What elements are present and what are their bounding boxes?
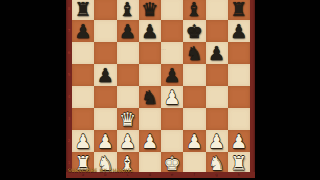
rank-label-3: 3 [67, 117, 72, 121]
square-c7[interactable]: ♟ [117, 20, 139, 42]
piece-white-pawn[interactable]: ♟ [139, 130, 161, 152]
piece-white-king[interactable]: ♚ [161, 152, 183, 174]
pillarbox-bar-left [0, 0, 66, 180]
square-c6[interactable] [117, 42, 139, 64]
piece-black-pawn[interactable]: ♟ [72, 20, 94, 42]
square-g6[interactable]: ♟ [206, 42, 228, 64]
square-g2[interactable]: ♟ [206, 130, 228, 152]
file-label-c: c [117, 173, 139, 177]
square-d2[interactable]: ♟ [139, 130, 161, 152]
piece-black-pawn[interactable]: ♟ [161, 64, 183, 86]
rank-label-5: 5 [67, 73, 72, 77]
piece-black-rook[interactable]: ♜ [72, 0, 94, 20]
square-b7[interactable] [94, 20, 116, 42]
square-a2[interactable]: ♟ [72, 130, 94, 152]
piece-black-pawn[interactable]: ♟ [117, 20, 139, 42]
square-e1[interactable]: ♚ [161, 152, 183, 174]
square-g4[interactable] [206, 86, 228, 108]
square-d3[interactable] [139, 108, 161, 130]
rank-label-6: 6 [67, 51, 72, 55]
piece-white-pawn[interactable]: ♟ [161, 86, 183, 108]
square-c8[interactable]: ♝ [117, 0, 139, 20]
piece-white-pawn[interactable]: ♟ [72, 130, 94, 152]
piece-black-knight[interactable]: ♞ [183, 42, 205, 64]
piece-white-pawn[interactable]: ♟ [94, 130, 116, 152]
piece-black-pawn[interactable]: ♟ [206, 42, 228, 64]
square-h2[interactable]: ♟ [228, 130, 250, 152]
square-e5[interactable]: ♟ [161, 64, 183, 86]
piece-black-bishop[interactable]: ♝ [183, 0, 205, 20]
piece-white-pawn[interactable]: ♟ [228, 130, 250, 152]
square-f4[interactable] [183, 86, 205, 108]
rank-label-7: 7 [67, 29, 72, 33]
square-e2[interactable] [161, 130, 183, 152]
square-f8[interactable]: ♝ [183, 0, 205, 20]
square-g3[interactable] [206, 108, 228, 130]
piece-black-bishop[interactable]: ♝ [117, 0, 139, 20]
rank-label-2: 2 [67, 139, 72, 143]
square-a3[interactable] [72, 108, 94, 130]
square-e3[interactable] [161, 108, 183, 130]
piece-black-knight[interactable]: ♞ [139, 86, 161, 108]
piece-white-queen[interactable]: ♛ [117, 108, 139, 130]
square-d6[interactable] [139, 42, 161, 64]
square-f5[interactable] [183, 64, 205, 86]
file-label-e: e [161, 173, 183, 177]
file-label-b: b [94, 173, 116, 177]
square-e4[interactable]: ♟ [161, 86, 183, 108]
rank-label-8: 8 [67, 7, 72, 11]
piece-black-king[interactable]: ♚ [183, 20, 205, 42]
file-label-d: d [139, 173, 161, 177]
square-c5[interactable] [117, 64, 139, 86]
file-label-a: a [72, 173, 94, 177]
piece-black-queen[interactable]: ♛ [139, 0, 161, 20]
piece-black-pawn[interactable]: ♟ [228, 20, 250, 42]
piece-white-pawn[interactable]: ♟ [206, 130, 228, 152]
square-h1[interactable]: ♜ [228, 152, 250, 174]
square-f6[interactable]: ♞ [183, 42, 205, 64]
square-d5[interactable] [139, 64, 161, 86]
square-a4[interactable] [72, 86, 94, 108]
piece-black-pawn[interactable]: ♟ [94, 64, 116, 86]
square-c3[interactable]: ♛ [117, 108, 139, 130]
square-d7[interactable]: ♟ [139, 20, 161, 42]
square-a8[interactable]: ♜ [72, 0, 94, 20]
square-h3[interactable] [228, 108, 250, 130]
square-c4[interactable] [117, 86, 139, 108]
square-c2[interactable]: ♟ [117, 130, 139, 152]
square-g8[interactable] [206, 0, 228, 20]
piece-white-pawn[interactable]: ♟ [117, 130, 139, 152]
file-label-f: f [183, 173, 205, 177]
square-d4[interactable]: ♞ [139, 86, 161, 108]
square-h7[interactable]: ♟ [228, 20, 250, 42]
e6-dots-annotation: ⋯ [161, 46, 175, 52]
square-h8[interactable]: ♜ [228, 0, 250, 20]
square-h4[interactable] [228, 86, 250, 108]
pillarbox-bar-right [255, 0, 320, 180]
square-g1[interactable]: ♞ [206, 152, 228, 174]
square-h6[interactable] [228, 42, 250, 64]
square-f3[interactable] [183, 108, 205, 130]
square-f7[interactable]: ♚ [183, 20, 205, 42]
channel-watermark: SUBSCRIBE MY CHANNEL [68, 168, 134, 173]
square-b4[interactable] [94, 86, 116, 108]
video-frame: ♜♝♛♝♜♟♟♟♚♟♞♟♟♟♞♟♛♟♟♟♟♟♟♟♜♞♝♚♞♜ 87654321a… [0, 0, 320, 180]
piece-white-knight[interactable]: ♞ [206, 152, 228, 174]
square-d1[interactable] [139, 152, 161, 174]
square-b2[interactable]: ♟ [94, 130, 116, 152]
piece-white-rook[interactable]: ♜ [228, 152, 250, 174]
square-h5[interactable] [228, 64, 250, 86]
square-f2[interactable]: ♟ [183, 130, 205, 152]
piece-white-pawn[interactable]: ♟ [183, 130, 205, 152]
square-a7[interactable]: ♟ [72, 20, 94, 42]
square-f1[interactable] [183, 152, 205, 174]
square-b3[interactable] [94, 108, 116, 130]
square-e8[interactable] [161, 0, 183, 20]
square-a6[interactable] [72, 42, 94, 64]
square-b6[interactable] [94, 42, 116, 64]
piece-black-rook[interactable]: ♜ [228, 0, 250, 20]
square-e7[interactable] [161, 20, 183, 42]
file-label-h: h [228, 173, 250, 177]
square-b8[interactable] [94, 0, 116, 20]
chess-board[interactable]: ♜♝♛♝♜♟♟♟♚♟♞♟♟♟♞♟♛♟♟♟♟♟♟♟♜♞♝♚♞♜ [72, 0, 250, 174]
file-label-g: g [206, 173, 228, 177]
square-a5[interactable] [72, 64, 94, 86]
piece-black-pawn[interactable]: ♟ [139, 20, 161, 42]
square-g5[interactable] [206, 64, 228, 86]
rank-label-1: 1 [67, 161, 72, 165]
square-g7[interactable] [206, 20, 228, 42]
square-d8[interactable]: ♛ [139, 0, 161, 20]
square-b5[interactable]: ♟ [94, 64, 116, 86]
rank-label-4: 4 [67, 95, 72, 99]
